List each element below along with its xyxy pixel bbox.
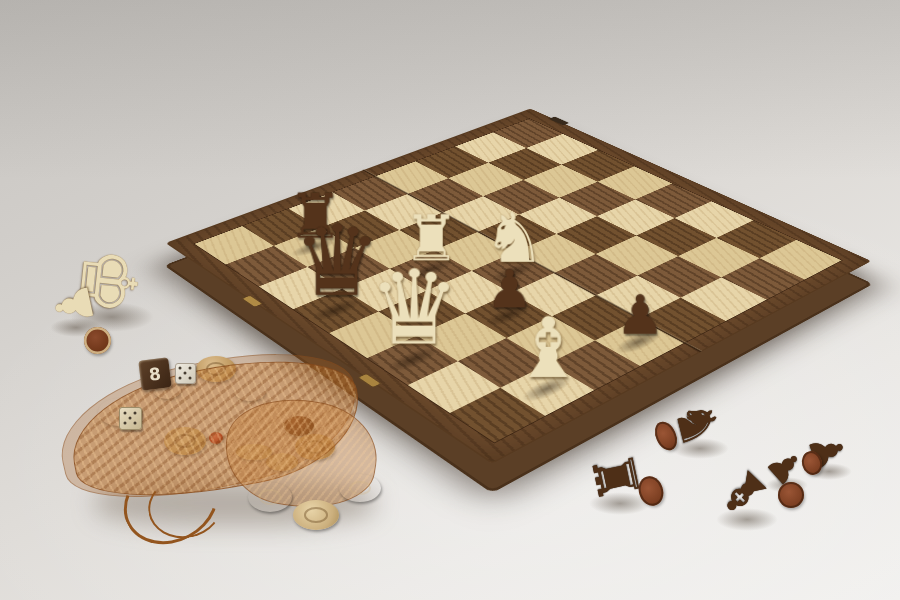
die-pips-5 — [120, 408, 141, 429]
checker-chip-dark[interactable] — [339, 474, 381, 502]
checker-chip-dark[interactable] — [248, 482, 292, 512]
square-a2[interactable] — [407, 361, 500, 413]
fallen-white-pawn[interactable]: ♟ — [46, 279, 102, 331]
piece-white-bishop-b1[interactable]: ♝ — [511, 307, 586, 390]
photo-scene: ♜♛♜♞♛♟♝♟ 8 ♚♟ ♜♞♝♟♟ — [0, 0, 900, 600]
fallen-white-pawn-base[interactable] — [84, 327, 111, 354]
die-pips-5 — [176, 364, 195, 383]
white-die[interactable] — [175, 363, 196, 384]
piece-white-queen-a3[interactable]: ♛ — [368, 257, 461, 360]
piece-black-pawn-d1[interactable]: ♟ — [617, 289, 665, 343]
square-g1[interactable] — [721, 258, 805, 300]
square-f1[interactable] — [681, 277, 767, 320]
piece-felt-base — [778, 482, 804, 508]
checker-chip-cream[interactable] — [293, 500, 339, 530]
cream-die[interactable] — [119, 407, 142, 430]
doubling-cube[interactable]: 8 — [138, 357, 171, 390]
